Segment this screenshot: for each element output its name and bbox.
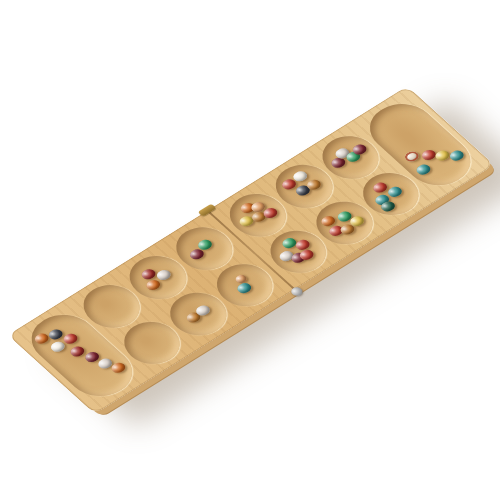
mancala-board [8,86,495,414]
gem-stone-teal [448,148,467,162]
gem-stone-teal [413,163,432,177]
product-photo-scene [0,0,500,500]
gem-stone-banded [402,150,421,164]
